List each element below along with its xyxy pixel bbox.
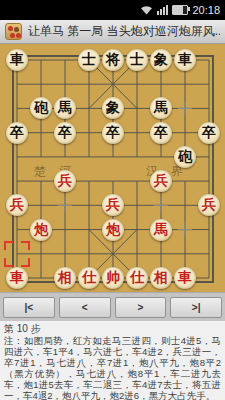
step-counter: 第 10 步 [4, 323, 221, 335]
piece-red-仕[interactable]: 仕 [126, 267, 148, 289]
piece-red-車[interactable]: 車 [174, 267, 196, 289]
annotation-text: 注：如图局势，红方如走马三进四，则士4进5，马四进六，车1平4，马六进七，车4进… [4, 335, 221, 400]
piece-black-卒[interactable]: 卒 [198, 122, 220, 144]
piece-red-相[interactable]: 相 [150, 267, 172, 289]
piece-red-兵[interactable]: 兵 [150, 170, 172, 192]
last-move-button[interactable]: >| [170, 297, 222, 318]
piece-red-仕[interactable]: 仕 [78, 267, 100, 289]
signal-icon [157, 5, 168, 15]
piece-black-卒[interactable]: 卒 [102, 122, 124, 144]
battery-icon [172, 5, 188, 15]
wifi-icon [140, 5, 153, 15]
last-move-marker [4, 241, 30, 267]
move-notes: 第 10 步 注：如图局势，红方如走马三进四，则士4进5，马四进六，车1平4，马… [0, 321, 225, 400]
piece-black-象[interactable]: 象 [150, 49, 172, 71]
title-bar: 让单马 第一局 当头炮对巡河炮屏风... [0, 20, 225, 44]
piece-red-炮[interactable]: 炮 [30, 219, 52, 241]
piece-red-兵[interactable]: 兵 [54, 170, 76, 192]
piece-red-帅[interactable]: 帅 [102, 267, 124, 289]
piece-black-士[interactable]: 士 [126, 49, 148, 71]
piece-black-将[interactable]: 将 [102, 49, 124, 71]
piece-red-馬[interactable]: 馬 [150, 219, 172, 241]
piece-red-炮[interactable]: 炮 [102, 219, 124, 241]
piece-black-車[interactable]: 車 [174, 49, 196, 71]
status-bar: 20:18 [0, 0, 225, 20]
app-screen: 20:18 让单马 第一局 当头炮对巡河炮屏风... 楚 河 汉 界 車士将士象… [0, 0, 225, 400]
piece-black-砲[interactable]: 砲 [174, 146, 196, 168]
piece-black-車[interactable]: 車 [6, 49, 28, 71]
status-time: 20:18 [192, 4, 220, 16]
piece-black-卒[interactable]: 卒 [6, 122, 28, 144]
piece-black-卒[interactable]: 卒 [54, 122, 76, 144]
app-icon [5, 23, 22, 40]
first-move-button[interactable]: |< [3, 297, 55, 318]
page-title: 让单马 第一局 当头炮对巡河炮屏风... [28, 23, 220, 40]
piece-black-卒[interactable]: 卒 [150, 122, 172, 144]
nav-bar: |< < > >| [0, 292, 225, 321]
prev-move-button[interactable]: < [59, 297, 111, 318]
xiangqi-board[interactable]: 楚 河 汉 界 車士将士象車砲馬象馬卒卒卒卒卒砲兵兵兵兵兵炮炮馬車相仕帅仕相車 [0, 44, 225, 292]
piece-red-相[interactable]: 相 [54, 267, 76, 289]
next-move-button[interactable]: > [115, 297, 167, 318]
piece-black-士[interactable]: 士 [78, 49, 100, 71]
piece-red-車[interactable]: 車 [6, 267, 28, 289]
